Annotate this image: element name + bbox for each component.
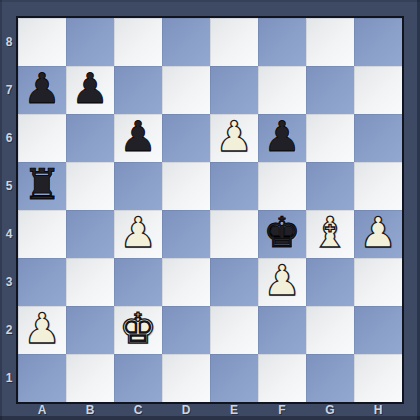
piece-white-king[interactable]: ♚: [119, 305, 157, 353]
square-b5[interactable]: [66, 162, 114, 210]
square-h3[interactable]: [354, 258, 402, 306]
square-c8[interactable]: [114, 18, 162, 66]
square-d8[interactable]: [162, 18, 210, 66]
square-h1[interactable]: [354, 354, 402, 402]
rank-label-1: 1: [0, 354, 18, 402]
piece-white-pawn[interactable]: ♟: [359, 209, 397, 257]
square-e6[interactable]: ♟: [210, 114, 258, 162]
piece-white-pawn[interactable]: ♟: [23, 305, 61, 353]
rank-labels: 87654321: [0, 18, 18, 402]
square-f7[interactable]: [258, 66, 306, 114]
square-h5[interactable]: [354, 162, 402, 210]
square-f4[interactable]: ♚: [258, 210, 306, 258]
file-labels: ABCDEFGH: [18, 402, 402, 420]
square-g4[interactable]: ♝: [306, 210, 354, 258]
square-g7[interactable]: [306, 66, 354, 114]
square-c5[interactable]: [114, 162, 162, 210]
square-h7[interactable]: [354, 66, 402, 114]
file-label-f: F: [258, 402, 306, 420]
piece-black-pawn[interactable]: ♟: [119, 113, 157, 161]
rank-label-2: 2: [0, 306, 18, 354]
square-a8[interactable]: [18, 18, 66, 66]
square-e8[interactable]: [210, 18, 258, 66]
square-a1[interactable]: [18, 354, 66, 402]
piece-white-pawn[interactable]: ♟: [263, 257, 301, 305]
square-e2[interactable]: [210, 306, 258, 354]
square-f6[interactable]: ♟: [258, 114, 306, 162]
piece-white-bishop[interactable]: ♝: [311, 209, 349, 257]
square-a4[interactable]: [18, 210, 66, 258]
square-g2[interactable]: [306, 306, 354, 354]
piece-black-rook[interactable]: ♜: [23, 161, 61, 209]
square-d2[interactable]: [162, 306, 210, 354]
square-a2[interactable]: ♟: [18, 306, 66, 354]
square-h6[interactable]: [354, 114, 402, 162]
square-b4[interactable]: [66, 210, 114, 258]
piece-white-pawn[interactable]: ♟: [119, 209, 157, 257]
square-a6[interactable]: [18, 114, 66, 162]
piece-black-pawn[interactable]: ♟: [23, 65, 61, 113]
rank-label-6: 6: [0, 114, 18, 162]
square-f8[interactable]: [258, 18, 306, 66]
square-b2[interactable]: [66, 306, 114, 354]
square-b6[interactable]: [66, 114, 114, 162]
square-e4[interactable]: [210, 210, 258, 258]
rank-label-8: 8: [0, 18, 18, 66]
square-e1[interactable]: [210, 354, 258, 402]
square-e7[interactable]: [210, 66, 258, 114]
chess-board: ♟♟♟♟♟♜♟♚♝♟♟♟♚: [18, 18, 402, 402]
square-g6[interactable]: [306, 114, 354, 162]
square-g3[interactable]: [306, 258, 354, 306]
square-d4[interactable]: [162, 210, 210, 258]
square-d7[interactable]: [162, 66, 210, 114]
square-d6[interactable]: [162, 114, 210, 162]
square-c7[interactable]: [114, 66, 162, 114]
chess-diagram-frame: 87654321 ♟♟♟♟♟♜♟♚♝♟♟♟♚ ABCDEFGH: [0, 0, 420, 420]
rank-label-7: 7: [0, 66, 18, 114]
square-h4[interactable]: ♟: [354, 210, 402, 258]
square-e3[interactable]: [210, 258, 258, 306]
piece-white-pawn[interactable]: ♟: [215, 113, 253, 161]
square-b1[interactable]: [66, 354, 114, 402]
square-d5[interactable]: [162, 162, 210, 210]
square-g8[interactable]: [306, 18, 354, 66]
file-label-b: B: [66, 402, 114, 420]
file-label-h: H: [354, 402, 402, 420]
square-b3[interactable]: [66, 258, 114, 306]
piece-black-pawn[interactable]: ♟: [71, 65, 109, 113]
square-g1[interactable]: [306, 354, 354, 402]
rank-label-5: 5: [0, 162, 18, 210]
square-b7[interactable]: ♟: [66, 66, 114, 114]
square-a5[interactable]: ♜: [18, 162, 66, 210]
square-b8[interactable]: [66, 18, 114, 66]
square-a3[interactable]: [18, 258, 66, 306]
square-c6[interactable]: ♟: [114, 114, 162, 162]
square-f1[interactable]: [258, 354, 306, 402]
file-label-c: C: [114, 402, 162, 420]
square-e5[interactable]: [210, 162, 258, 210]
square-d1[interactable]: [162, 354, 210, 402]
square-d3[interactable]: [162, 258, 210, 306]
file-label-g: G: [306, 402, 354, 420]
file-label-d: D: [162, 402, 210, 420]
piece-black-king[interactable]: ♚: [263, 209, 301, 257]
square-c2[interactable]: ♚: [114, 306, 162, 354]
square-h8[interactable]: [354, 18, 402, 66]
square-c3[interactable]: [114, 258, 162, 306]
piece-black-pawn[interactable]: ♟: [263, 113, 301, 161]
square-c1[interactable]: [114, 354, 162, 402]
rank-label-3: 3: [0, 258, 18, 306]
square-f2[interactable]: [258, 306, 306, 354]
square-a7[interactable]: ♟: [18, 66, 66, 114]
square-f3[interactable]: ♟: [258, 258, 306, 306]
square-h2[interactable]: [354, 306, 402, 354]
square-f5[interactable]: [258, 162, 306, 210]
rank-label-4: 4: [0, 210, 18, 258]
square-c4[interactable]: ♟: [114, 210, 162, 258]
square-g5[interactable]: [306, 162, 354, 210]
file-label-a: A: [18, 402, 66, 420]
file-label-e: E: [210, 402, 258, 420]
